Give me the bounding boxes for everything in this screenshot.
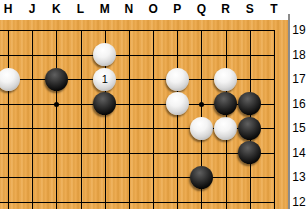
move-number-label: 1 bbox=[102, 74, 108, 85]
stone-black-r16 bbox=[214, 92, 237, 115]
coordinate-label-row-14: 14 bbox=[290, 146, 308, 160]
stone-white-m18 bbox=[93, 43, 116, 66]
grid-line-vertical-O bbox=[153, 30, 154, 209]
coordinate-label-column-T: T bbox=[265, 2, 283, 16]
star-point-Q16 bbox=[199, 102, 204, 107]
grid-line-vertical-P bbox=[177, 30, 178, 209]
stone-white-h17 bbox=[0, 68, 20, 91]
grid-line-vertical-L bbox=[81, 30, 82, 209]
coordinate-label-row-12: 12 bbox=[290, 195, 308, 209]
grid-line-vertical-J bbox=[32, 30, 33, 209]
coordinate-label-column-K: K bbox=[47, 2, 65, 16]
grid-line-row-13 bbox=[0, 177, 275, 178]
stone-white-r15 bbox=[214, 117, 237, 140]
go-viewer-window: HJKLMNOPQRST 1 1918171615141312 bbox=[0, 0, 308, 209]
coordinate-label-column-M: M bbox=[96, 2, 114, 16]
stone-white-p16 bbox=[166, 92, 189, 115]
grid-line-vertical-T bbox=[274, 30, 275, 209]
go-board[interactable]: 1 bbox=[0, 20, 288, 209]
grid-line-row-18 bbox=[0, 55, 275, 56]
stone-white-m17: 1 bbox=[93, 68, 116, 91]
stone-white-p17 bbox=[166, 68, 189, 91]
coordinate-label-row-19: 19 bbox=[290, 23, 308, 37]
grid-line-row-14 bbox=[0, 153, 275, 154]
grid-line-row-12 bbox=[0, 202, 275, 203]
coordinate-label-column-J: J bbox=[23, 2, 41, 16]
coordinate-label-column-R: R bbox=[217, 2, 235, 16]
grid-line-row-19 bbox=[0, 30, 275, 31]
stone-white-q15 bbox=[190, 117, 213, 140]
coordinate-label-column-S: S bbox=[241, 2, 259, 16]
stone-black-q13 bbox=[190, 166, 213, 189]
grid-line-vertical-K bbox=[56, 30, 57, 209]
stone-white-r17 bbox=[214, 68, 237, 91]
coordinate-label-row-16: 16 bbox=[290, 97, 308, 111]
coordinate-label-column-L: L bbox=[72, 2, 90, 16]
coordinate-label-row-17: 17 bbox=[290, 72, 308, 86]
coordinate-label-column-P: P bbox=[168, 2, 186, 16]
coordinate-label-row-18: 18 bbox=[290, 48, 308, 62]
grid-line-vertical-N bbox=[129, 30, 130, 209]
star-point-K16 bbox=[54, 102, 59, 107]
grid-line-vertical-H bbox=[8, 30, 9, 209]
column-labels-strip: HJKLMNOPQRST bbox=[0, 0, 308, 20]
coordinate-label-column-H: H bbox=[0, 2, 17, 16]
coordinate-label-column-N: N bbox=[120, 2, 138, 16]
coordinate-label-row-15: 15 bbox=[290, 121, 308, 135]
stone-black-k17 bbox=[45, 68, 68, 91]
coordinate-label-column-O: O bbox=[144, 2, 162, 16]
stone-black-s15 bbox=[238, 117, 261, 140]
stone-black-s14 bbox=[238, 141, 261, 164]
row-labels-strip: 1918171615141312 bbox=[290, 0, 308, 209]
coordinate-label-row-13: 13 bbox=[290, 170, 308, 184]
coordinate-label-column-Q: Q bbox=[192, 2, 210, 16]
stone-black-m16 bbox=[93, 92, 116, 115]
stone-black-s16 bbox=[238, 92, 261, 115]
